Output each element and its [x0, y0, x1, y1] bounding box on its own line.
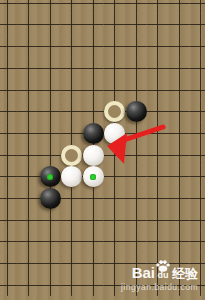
green-dot-marker: [90, 174, 96, 180]
board-cell: [82, 58, 104, 80]
board-cell: [104, 101, 126, 123]
board-cell: [82, 14, 104, 36]
board-cell: [61, 274, 83, 296]
board-cell: [61, 101, 83, 123]
board-cell: [147, 188, 169, 210]
board-cell: [82, 123, 104, 145]
board-cell: [0, 79, 18, 101]
board-cell: [168, 231, 190, 253]
board-cell: [147, 123, 169, 145]
board-cell: [39, 274, 61, 296]
watermark-brand-du: du: [158, 271, 169, 280]
black-stone: [126, 101, 147, 122]
board-cell: [39, 14, 61, 36]
board-cell: [18, 209, 40, 231]
board-cell: [82, 144, 104, 166]
board-cell: [61, 123, 83, 145]
board-cell: [0, 188, 18, 210]
board-cell: [168, 101, 190, 123]
board-cell: [0, 209, 18, 231]
board-cell: [39, 188, 61, 210]
board-cell: [147, 0, 169, 14]
board-cell: [168, 0, 190, 14]
board-cell: [61, 14, 83, 36]
board-cell: [147, 36, 169, 58]
board-cell: [125, 188, 147, 210]
baidu-logo: Bai du 经验: [121, 260, 198, 280]
watermark: Bai du 经验 jingyan.baidu.com: [121, 260, 198, 292]
board-cell: [0, 0, 18, 14]
black-stone: [40, 188, 61, 209]
board-cell: [39, 101, 61, 123]
board-cell: [147, 231, 169, 253]
board-cell: [18, 101, 40, 123]
board-cell: [18, 14, 40, 36]
board-cell: [61, 188, 83, 210]
board-cell: [0, 231, 18, 253]
board-cell: [39, 0, 61, 14]
board-cell: [39, 231, 61, 253]
board-cell: [0, 58, 18, 80]
board-cell: [82, 101, 104, 123]
board-cell: [61, 79, 83, 101]
board-cell: [147, 144, 169, 166]
board-cell: [61, 36, 83, 58]
board-cell: [125, 36, 147, 58]
board-cell: [39, 209, 61, 231]
board-cell: [18, 36, 40, 58]
board-cell: [125, 231, 147, 253]
board-cell: [147, 166, 169, 188]
board-cell: [125, 144, 147, 166]
white-stone: [83, 145, 104, 166]
board-cell: [104, 0, 126, 14]
board-cell: [190, 144, 205, 166]
board-cell: [82, 274, 104, 296]
watermark-brand-cn: 经验: [172, 267, 198, 280]
white-stone: [83, 166, 104, 187]
board-cell: [147, 209, 169, 231]
board-cell: [125, 79, 147, 101]
board-cell: [0, 101, 18, 123]
board-cell: [147, 58, 169, 80]
board-grid: [0, 0, 205, 296]
board-cell: [104, 188, 126, 210]
board-cell: [125, 209, 147, 231]
black-stone: [40, 166, 61, 187]
board-cell: [168, 14, 190, 36]
watermark-brand-latin: Bai: [132, 265, 155, 280]
board-cell: [125, 14, 147, 36]
board-cell: [0, 253, 18, 275]
board-cell: [39, 166, 61, 188]
board-cell: [82, 231, 104, 253]
board-cell: [104, 231, 126, 253]
board-cell: [190, 0, 205, 14]
board-cell: [190, 58, 205, 80]
board-cell: [18, 144, 40, 166]
board-cell: [168, 36, 190, 58]
board-cell: [18, 123, 40, 145]
board-cell: [168, 166, 190, 188]
board-cell: [0, 123, 18, 145]
board-cell: [125, 0, 147, 14]
board-cell: [61, 209, 83, 231]
board-cell: [82, 36, 104, 58]
board-cell: [39, 253, 61, 275]
board-cell: [168, 188, 190, 210]
white-stone: [61, 166, 82, 187]
board-cell: [18, 274, 40, 296]
go-board-image: Bai du 经验 jingyan.baidu.com: [0, 0, 205, 300]
board-cell: [168, 209, 190, 231]
board-cell: [82, 79, 104, 101]
board-cell: [39, 79, 61, 101]
board-cell: [190, 101, 205, 123]
watermark-url: jingyan.baidu.com: [121, 282, 198, 292]
board-cell: [18, 0, 40, 14]
green-dot-marker: [47, 174, 53, 180]
board-cell: [18, 79, 40, 101]
board-cell: [190, 231, 205, 253]
white-stone: [104, 123, 125, 144]
board-cell: [190, 209, 205, 231]
board-cell: [18, 253, 40, 275]
board-cell: [39, 144, 61, 166]
board-cell: [61, 144, 83, 166]
board-cell: [147, 79, 169, 101]
board-cell: [39, 36, 61, 58]
board-cell: [190, 36, 205, 58]
board-cell: [82, 253, 104, 275]
board-cell: [0, 14, 18, 36]
board-cell: [39, 123, 61, 145]
board-cell: [104, 36, 126, 58]
board-cell: [61, 253, 83, 275]
board-cell: [125, 58, 147, 80]
black-stone: [83, 123, 104, 144]
board-cell: [125, 166, 147, 188]
board-cell: [190, 123, 205, 145]
board-cell: [168, 79, 190, 101]
board-cell: [61, 166, 83, 188]
board-cell: [61, 231, 83, 253]
board-cell: [0, 36, 18, 58]
board-cell: [61, 0, 83, 14]
board-cell: [190, 79, 205, 101]
board-cell: [82, 188, 104, 210]
board-cell: [125, 101, 147, 123]
ring-marker: [61, 145, 82, 166]
ring-marker: [104, 101, 125, 122]
board-cell: [190, 166, 205, 188]
board-cell: [0, 166, 18, 188]
board-cell: [125, 123, 147, 145]
board-cell: [104, 144, 126, 166]
board-cell: [147, 101, 169, 123]
board-cell: [18, 166, 40, 188]
board-cell: [168, 144, 190, 166]
board-cell: [104, 58, 126, 80]
board-cell: [0, 144, 18, 166]
board-cell: [104, 209, 126, 231]
board-cell: [18, 231, 40, 253]
board-cell: [18, 188, 40, 210]
board-cell: [190, 14, 205, 36]
board-cell: [82, 166, 104, 188]
board-cell: [147, 14, 169, 36]
board-cell: [0, 274, 18, 296]
board-cell: [104, 14, 126, 36]
board-cell: [104, 166, 126, 188]
board-cell: [82, 209, 104, 231]
board-cell: [168, 123, 190, 145]
board-cell: [39, 58, 61, 80]
board-cell: [18, 58, 40, 80]
board-cell: [168, 58, 190, 80]
board-cell: [61, 58, 83, 80]
board-cell: [82, 0, 104, 14]
board-cell: [104, 79, 126, 101]
board-cell: [190, 188, 205, 210]
board-cell: [104, 123, 126, 145]
